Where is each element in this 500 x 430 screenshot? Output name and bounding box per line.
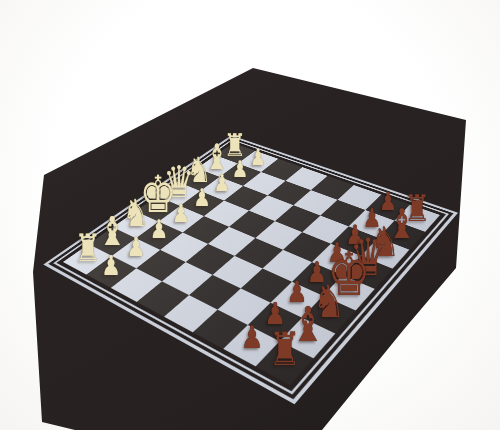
photo-background: ♜♝♞♛♚♞♝♜♟♟♟♟♟♟♟♟♟♟♟♟♟♟♟♟♜♝♞♛♚♞♝♜ xyxy=(0,0,500,430)
piece-white-bishop[interactable]: ♝ xyxy=(98,211,127,251)
piece-white-pawn[interactable]: ♟ xyxy=(102,252,122,279)
piece-white-pawn[interactable]: ♟ xyxy=(250,146,266,169)
piece-white-pawn[interactable]: ♟ xyxy=(193,186,211,210)
piece-black-pawn[interactable]: ♟ xyxy=(240,322,263,353)
piece-white-pawn[interactable]: ♟ xyxy=(127,234,146,261)
piece-white-rook[interactable]: ♜ xyxy=(74,230,101,268)
piece-black-rook[interactable]: ♜ xyxy=(268,327,301,373)
piece-white-pawn[interactable]: ♟ xyxy=(172,201,190,226)
piece-white-pawn[interactable]: ♟ xyxy=(150,217,169,243)
piece-white-pawn[interactable]: ♟ xyxy=(213,172,230,196)
piece-white-pawn[interactable]: ♟ xyxy=(232,159,249,182)
